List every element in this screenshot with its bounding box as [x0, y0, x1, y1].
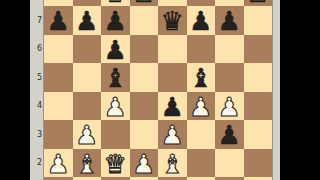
- square-a1[interactable]: ♜: [44, 177, 73, 180]
- square-b7[interactable]: ♟: [73, 6, 102, 35]
- square-a4[interactable]: [44, 92, 73, 121]
- square-e7[interactable]: ♛: [158, 6, 187, 35]
- piece-white-rook: ♜: [246, 179, 269, 180]
- rank-labels: 87654321: [30, 0, 44, 180]
- square-f5[interactable]: ♝: [187, 63, 216, 92]
- square-e2[interactable]: ♝: [158, 149, 187, 178]
- piece-black-queen: ♛: [161, 8, 184, 34]
- rank-label-2: 2: [30, 149, 43, 178]
- square-f7[interactable]: ♟: [187, 6, 216, 35]
- piece-white-queen: ♛: [104, 150, 127, 176]
- piece-black-pawn: ♟: [75, 8, 98, 34]
- square-g3[interactable]: ♟: [215, 120, 244, 149]
- square-h2[interactable]: [244, 149, 273, 178]
- chess-diagram-panel: 87654321 ♚♜♜♟♟♟♛♟♟♟♝♝♟♟♟♟♟♟♟♟♝♛♟♝♜♞♚♜: [30, 0, 280, 180]
- piece-white-pawn: ♟: [47, 150, 70, 176]
- square-a3[interactable]: [44, 120, 73, 149]
- square-h6[interactable]: [244, 35, 273, 64]
- rank-label-4: 4: [30, 92, 43, 121]
- piece-black-rook: ♜: [132, 0, 155, 5]
- piece-white-pawn: ♟: [104, 93, 127, 119]
- square-h8[interactable]: ♜: [244, 0, 273, 6]
- square-a6[interactable]: [44, 35, 73, 64]
- piece-black-pawn: ♟: [218, 8, 241, 34]
- piece-black-bishop: ♝: [189, 65, 212, 91]
- square-e6[interactable]: [158, 35, 187, 64]
- square-c4[interactable]: ♟: [101, 92, 130, 121]
- square-e4[interactable]: ♟: [158, 92, 187, 121]
- piece-black-rook: ♜: [246, 0, 269, 5]
- square-e1[interactable]: ♚: [158, 177, 187, 180]
- rank-label-5: 5: [30, 63, 43, 92]
- piece-black-pawn: ♟: [104, 36, 127, 62]
- square-h4[interactable]: [244, 92, 273, 121]
- square-e3[interactable]: ♟: [158, 120, 187, 149]
- rank-label-6: 6: [30, 35, 43, 64]
- rank-label-3: 3: [30, 120, 43, 149]
- square-g2[interactable]: [215, 149, 244, 178]
- square-c6[interactable]: ♟: [101, 35, 130, 64]
- square-g5[interactable]: [215, 63, 244, 92]
- square-d5[interactable]: [130, 63, 159, 92]
- square-b1[interactable]: ♞: [73, 177, 102, 180]
- piece-white-pawn: ♟: [75, 122, 98, 148]
- square-b4[interactable]: [73, 92, 102, 121]
- square-f2[interactable]: [187, 149, 216, 178]
- square-b2[interactable]: ♝: [73, 149, 102, 178]
- piece-black-pawn: ♟: [104, 8, 127, 34]
- square-b6[interactable]: [73, 35, 102, 64]
- letterboxed-frame: 87654321 ♚♜♜♟♟♟♛♟♟♟♝♝♟♟♟♟♟♟♟♟♝♛♟♝♜♞♚♜: [0, 0, 320, 180]
- piece-black-pawn: ♟: [189, 8, 212, 34]
- square-c5[interactable]: ♝: [101, 63, 130, 92]
- piece-white-pawn: ♟: [189, 93, 212, 119]
- piece-white-king: ♚: [161, 179, 184, 180]
- piece-white-knight: ♞: [75, 179, 98, 180]
- piece-white-pawn: ♟: [218, 93, 241, 119]
- square-d8[interactable]: ♜: [130, 0, 159, 6]
- piece-black-king: ♚: [104, 0, 127, 5]
- square-e5[interactable]: [158, 63, 187, 92]
- square-c2[interactable]: ♛: [101, 149, 130, 178]
- square-d4[interactable]: [130, 92, 159, 121]
- square-d2[interactable]: ♟: [130, 149, 159, 178]
- piece-black-pawn: ♟: [47, 8, 70, 34]
- square-a2[interactable]: ♟: [44, 149, 73, 178]
- chess-board: ♚♜♜♟♟♟♛♟♟♟♝♝♟♟♟♟♟♟♟♟♝♛♟♝♜♞♚♜: [44, 0, 272, 180]
- square-a7[interactable]: ♟: [44, 6, 73, 35]
- piece-black-pawn: ♟: [218, 122, 241, 148]
- square-d6[interactable]: [130, 35, 159, 64]
- square-f3[interactable]: [187, 120, 216, 149]
- rank-label-7: 7: [30, 6, 43, 35]
- square-g6[interactable]: [215, 35, 244, 64]
- square-b5[interactable]: [73, 63, 102, 92]
- piece-white-rook: ♜: [47, 179, 70, 180]
- square-a5[interactable]: [44, 63, 73, 92]
- square-f1[interactable]: [187, 177, 216, 180]
- square-f6[interactable]: [187, 35, 216, 64]
- square-g4[interactable]: ♟: [215, 92, 244, 121]
- piece-black-bishop: ♝: [104, 65, 127, 91]
- piece-white-pawn: ♟: [161, 122, 184, 148]
- square-f4[interactable]: ♟: [187, 92, 216, 121]
- square-c3[interactable]: [101, 120, 130, 149]
- square-c7[interactable]: ♟: [101, 6, 130, 35]
- square-h1[interactable]: ♜: [244, 177, 273, 180]
- rank-label-1: 1: [30, 177, 43, 180]
- square-h3[interactable]: [244, 120, 273, 149]
- square-b3[interactable]: ♟: [73, 120, 102, 149]
- square-g7[interactable]: ♟: [215, 6, 244, 35]
- square-g1[interactable]: [215, 177, 244, 180]
- piece-white-bishop: ♝: [75, 150, 98, 176]
- piece-white-bishop: ♝: [161, 150, 184, 176]
- square-h5[interactable]: [244, 63, 273, 92]
- square-h7[interactable]: [244, 6, 273, 35]
- square-d7[interactable]: [130, 6, 159, 35]
- square-d3[interactable]: [130, 120, 159, 149]
- piece-black-pawn: ♟: [161, 93, 184, 119]
- piece-white-pawn: ♟: [132, 150, 155, 176]
